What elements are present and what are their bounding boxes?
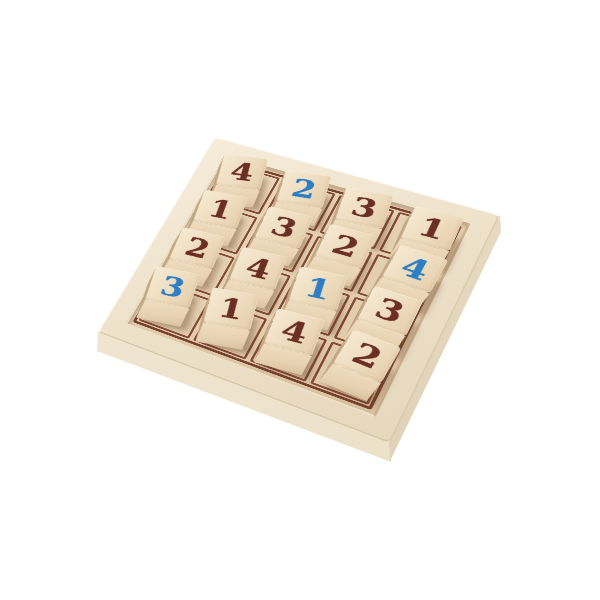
sudoku-board-tray: 4231132424133142 [98, 137, 500, 443]
block-number: 2 [328, 231, 363, 262]
cube-top-face: 1 [203, 287, 258, 330]
block-r4c3[interactable]: 4 [251, 325, 320, 380]
block-number: 1 [205, 195, 236, 223]
block-r4c1[interactable]: 3 [134, 282, 196, 331]
block-number: 2 [347, 338, 387, 373]
block-number: 2 [181, 234, 213, 263]
block-number: 4 [242, 253, 275, 283]
block-number: 2 [289, 175, 319, 202]
block-number: 4 [277, 315, 311, 348]
block-number: 3 [267, 212, 300, 241]
block-number: 1 [216, 293, 247, 323]
block-number: 3 [158, 272, 189, 301]
block-r4c2[interactable]: 1 [193, 304, 256, 354]
block-number: 4 [228, 159, 257, 185]
block-number: 1 [302, 273, 335, 304]
number-blocks-layer: 4231132424133142 [98, 137, 500, 443]
block-number: 1 [414, 213, 450, 244]
block-number: 3 [348, 193, 380, 222]
cube-top-face: 4 [216, 154, 268, 190]
block-number: 4 [396, 252, 434, 285]
product-photo-canvas: 4231132424133142 [0, 0, 600, 600]
block-number: 3 [371, 294, 409, 328]
block-r4c4[interactable]: 2 [315, 345, 392, 406]
cube-top-face: 2 [276, 170, 330, 209]
